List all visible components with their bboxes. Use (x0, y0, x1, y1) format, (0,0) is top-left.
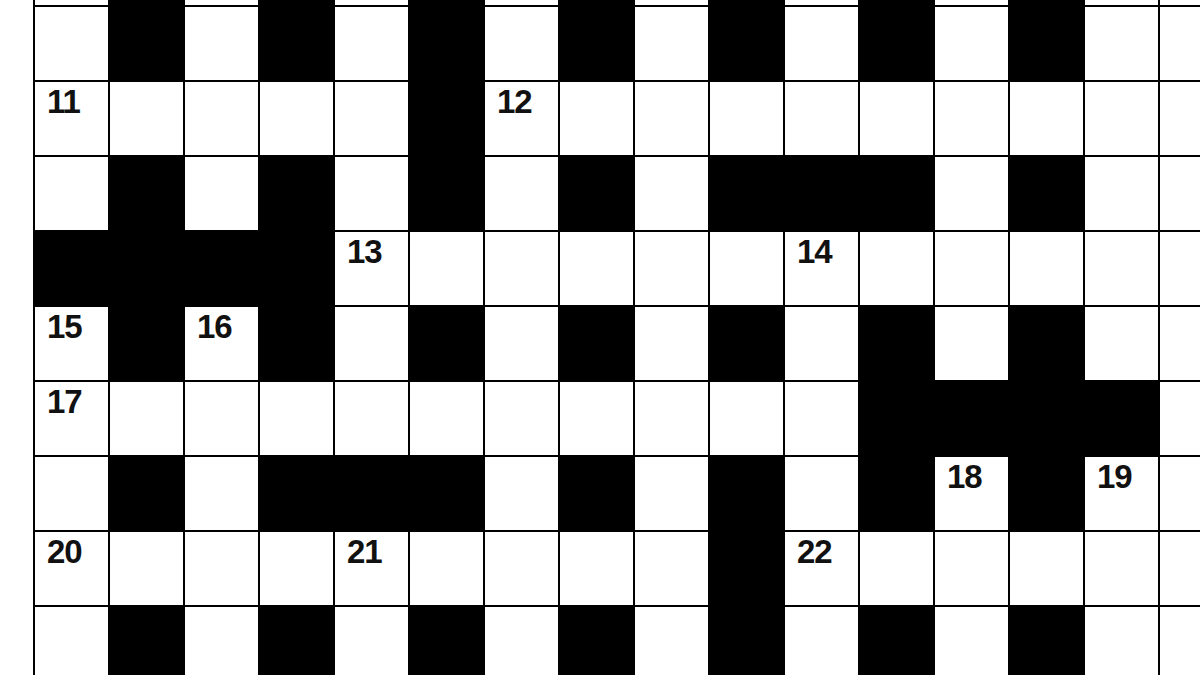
white-cell[interactable] (1160, 82, 1200, 155)
black-cell (560, 0, 633, 5)
white-cell[interactable] (635, 232, 708, 305)
clue-number-12: 12 (497, 85, 532, 118)
black-cell (710, 457, 783, 530)
white-cell[interactable] (1160, 382, 1200, 455)
white-cell[interactable] (35, 157, 108, 230)
white-cell[interactable] (335, 307, 408, 380)
black-cell (860, 607, 933, 675)
white-cell[interactable] (35, 607, 108, 675)
white-cell[interactable]: 16 (185, 307, 258, 380)
white-cell[interactable] (485, 7, 558, 80)
clue-number-15: 15 (47, 310, 82, 343)
black-cell (110, 457, 183, 530)
white-cell[interactable] (485, 607, 558, 675)
white-cell[interactable] (1085, 0, 1158, 5)
black-cell (110, 0, 183, 5)
white-cell[interactable] (260, 532, 333, 605)
white-cell[interactable] (110, 382, 183, 455)
white-cell[interactable] (335, 7, 408, 80)
white-cell[interactable] (635, 157, 708, 230)
black-cell (110, 7, 183, 80)
black-cell (710, 157, 783, 230)
white-cell[interactable]: 19 (1085, 457, 1158, 530)
white-cell[interactable] (1160, 157, 1200, 230)
black-cell (860, 0, 933, 5)
white-cell[interactable] (635, 457, 708, 530)
white-cell[interactable] (485, 382, 558, 455)
white-cell[interactable] (1085, 157, 1158, 230)
white-cell[interactable] (860, 82, 933, 155)
black-cell (710, 532, 783, 605)
white-cell[interactable] (1160, 7, 1200, 80)
white-cell[interactable] (785, 382, 858, 455)
black-cell (410, 607, 483, 675)
clue-number-11: 11 (47, 85, 80, 118)
white-cell[interactable]: 20 (35, 532, 108, 605)
black-cell (710, 607, 783, 675)
white-cell[interactable] (1085, 607, 1158, 675)
white-cell[interactable] (1010, 532, 1083, 605)
black-cell (410, 457, 483, 530)
white-cell[interactable]: 21 (335, 532, 408, 605)
black-cell (260, 157, 333, 230)
black-cell (260, 0, 333, 5)
white-cell[interactable] (185, 607, 258, 675)
black-cell (260, 607, 333, 675)
white-cell[interactable] (410, 232, 483, 305)
black-cell (560, 157, 633, 230)
black-cell (860, 457, 933, 530)
white-cell[interactable] (1160, 457, 1200, 530)
black-cell (710, 307, 783, 380)
black-cell (860, 382, 933, 455)
white-cell[interactable] (35, 7, 108, 80)
black-cell (710, 7, 783, 80)
white-cell[interactable] (785, 307, 858, 380)
black-cell (410, 7, 483, 80)
white-cell[interactable]: 15 (35, 307, 108, 380)
black-cell (560, 7, 633, 80)
black-cell (260, 457, 333, 530)
black-cell (560, 307, 633, 380)
white-cell[interactable] (260, 82, 333, 155)
white-cell[interactable] (935, 157, 1008, 230)
black-cell (110, 307, 183, 380)
black-cell (1010, 457, 1083, 530)
white-cell[interactable] (785, 457, 858, 530)
white-cell[interactable] (785, 7, 858, 80)
white-cell[interactable] (485, 157, 558, 230)
white-cell[interactable] (785, 82, 858, 155)
clue-number-19: 19 (1097, 460, 1132, 493)
black-cell (110, 232, 183, 305)
white-cell[interactable] (785, 607, 858, 675)
white-cell[interactable]: 17 (35, 382, 108, 455)
white-cell[interactable] (635, 607, 708, 675)
black-cell (860, 307, 933, 380)
black-cell (410, 307, 483, 380)
black-cell (1010, 382, 1083, 455)
white-cell[interactable] (935, 7, 1008, 80)
black-cell (260, 7, 333, 80)
white-cell[interactable] (860, 532, 933, 605)
white-cell[interactable]: 18 (935, 457, 1008, 530)
white-cell[interactable] (1085, 532, 1158, 605)
black-cell (260, 232, 333, 305)
white-cell[interactable] (185, 457, 258, 530)
white-cell[interactable] (635, 382, 708, 455)
white-cell[interactable]: 14 (785, 232, 858, 305)
white-cell[interactable] (1160, 532, 1200, 605)
white-cell[interactable] (1010, 82, 1083, 155)
white-cell[interactable]: 13 (335, 232, 408, 305)
black-cell (410, 157, 483, 230)
white-cell[interactable] (1160, 307, 1200, 380)
white-cell[interactable] (935, 307, 1008, 380)
white-cell[interactable] (935, 232, 1008, 305)
clue-number-13: 13 (347, 235, 382, 268)
white-cell[interactable] (1085, 232, 1158, 305)
white-cell[interactable] (410, 532, 483, 605)
white-cell[interactable] (485, 232, 558, 305)
white-cell[interactable]: 11 (35, 82, 108, 155)
white-cell[interactable] (935, 607, 1008, 675)
black-cell (35, 232, 108, 305)
white-cell[interactable] (185, 0, 258, 5)
white-cell[interactable] (635, 82, 708, 155)
white-cell[interactable] (35, 457, 108, 530)
white-cell[interactable] (710, 382, 783, 455)
black-cell (1010, 307, 1083, 380)
white-cell[interactable] (335, 82, 408, 155)
white-cell[interactable] (485, 0, 558, 5)
clue-number-16: 16 (197, 310, 232, 343)
white-cell[interactable]: 22 (785, 532, 858, 605)
white-cell[interactable] (485, 457, 558, 530)
black-cell (1010, 0, 1083, 5)
black-cell (710, 0, 783, 5)
clue-number-20: 20 (47, 535, 82, 568)
white-cell[interactable] (635, 0, 708, 5)
white-cell[interactable] (710, 232, 783, 305)
clue-number-18: 18 (947, 460, 982, 493)
white-cell[interactable] (1010, 232, 1083, 305)
white-cell[interactable] (335, 157, 408, 230)
white-cell[interactable] (1160, 607, 1200, 675)
clue-number-21: 21 (347, 535, 382, 568)
white-cell[interactable] (410, 382, 483, 455)
black-cell (335, 457, 408, 530)
white-cell[interactable] (185, 82, 258, 155)
black-cell (1085, 382, 1158, 455)
black-cell (935, 382, 1008, 455)
black-cell (410, 82, 483, 155)
white-cell[interactable] (560, 532, 633, 605)
white-cell[interactable] (635, 532, 708, 605)
white-cell[interactable] (485, 532, 558, 605)
white-cell[interactable] (1085, 307, 1158, 380)
white-cell[interactable] (560, 382, 633, 455)
white-cell[interactable] (710, 82, 783, 155)
black-cell (860, 7, 933, 80)
black-cell (1010, 7, 1083, 80)
white-cell[interactable] (335, 382, 408, 455)
white-cell[interactable] (1160, 232, 1200, 305)
white-cell[interactable] (185, 7, 258, 80)
black-cell (860, 157, 933, 230)
white-cell[interactable] (1085, 82, 1158, 155)
black-cell (1010, 607, 1083, 675)
black-cell (260, 307, 333, 380)
white-cell[interactable] (635, 7, 708, 80)
white-cell[interactable] (35, 0, 108, 5)
clue-number-14: 14 (797, 235, 832, 268)
white-cell[interactable] (935, 0, 1008, 5)
black-cell (185, 232, 258, 305)
crossword-grid: 111213141516171819202122 (33, 0, 1200, 675)
white-cell[interactable] (485, 307, 558, 380)
white-cell[interactable] (860, 232, 933, 305)
black-cell (1010, 157, 1083, 230)
clue-number-17: 17 (47, 385, 82, 418)
white-cell[interactable] (785, 0, 858, 5)
white-cell[interactable] (260, 382, 333, 455)
white-cell[interactable] (185, 382, 258, 455)
white-cell[interactable] (635, 307, 708, 380)
white-cell[interactable] (110, 82, 183, 155)
white-cell[interactable] (935, 532, 1008, 605)
black-cell (560, 457, 633, 530)
black-cell (560, 607, 633, 675)
white-cell[interactable]: 12 (485, 82, 558, 155)
white-cell[interactable] (335, 0, 408, 5)
black-cell (110, 607, 183, 675)
black-cell (785, 157, 858, 230)
white-cell[interactable] (185, 532, 258, 605)
black-cell (110, 157, 183, 230)
white-cell[interactable] (1085, 7, 1158, 80)
white-cell[interactable] (1160, 0, 1200, 5)
white-cell[interactable] (560, 82, 633, 155)
white-cell[interactable] (110, 532, 183, 605)
white-cell[interactable] (185, 157, 258, 230)
clue-number-22: 22 (797, 535, 832, 568)
white-cell[interactable] (935, 82, 1008, 155)
white-cell[interactable] (335, 607, 408, 675)
white-cell[interactable] (560, 232, 633, 305)
black-cell (410, 0, 483, 5)
